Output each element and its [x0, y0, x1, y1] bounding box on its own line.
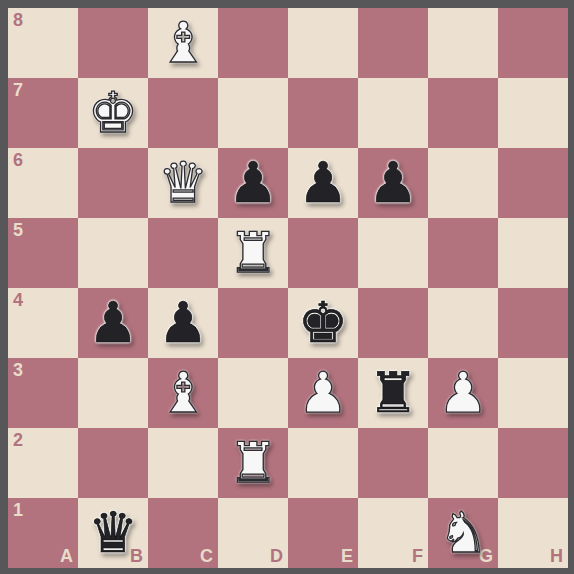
square-g2[interactable]	[428, 428, 498, 498]
square-c4[interactable]: ♟	[148, 288, 218, 358]
square-b4[interactable]: ♟	[78, 288, 148, 358]
square-c1[interactable]: C	[148, 498, 218, 568]
square-a3[interactable]: 3	[8, 358, 78, 428]
square-b5[interactable]	[78, 218, 148, 288]
square-d8[interactable]	[218, 8, 288, 78]
square-f8[interactable]	[358, 8, 428, 78]
square-d2[interactable]: ♜	[218, 428, 288, 498]
square-e7[interactable]	[288, 78, 358, 148]
square-b2[interactable]	[78, 428, 148, 498]
square-d7[interactable]	[218, 78, 288, 148]
file-label-d: D	[270, 546, 283, 567]
file-label-a: A	[60, 546, 73, 567]
file-label-c: C	[200, 546, 213, 567]
square-b7[interactable]: ♚	[78, 78, 148, 148]
piece-black-pawn[interactable]: ♟	[78, 288, 148, 358]
square-h8[interactable]	[498, 8, 568, 78]
square-e6[interactable]: ♟	[288, 148, 358, 218]
chess-board-frame: 8♝7♚6♛♟♟♟5♜4♟♟♚3♝♟♜♟2♜1AB♛CDEFG♞H	[0, 0, 574, 574]
square-b3[interactable]	[78, 358, 148, 428]
piece-white-pawn[interactable]: ♟	[288, 358, 358, 428]
square-f7[interactable]	[358, 78, 428, 148]
square-d3[interactable]	[218, 358, 288, 428]
square-c8[interactable]: ♝	[148, 8, 218, 78]
square-e4[interactable]: ♚	[288, 288, 358, 358]
piece-white-bishop[interactable]: ♝	[148, 8, 218, 78]
square-d5[interactable]: ♜	[218, 218, 288, 288]
rank-label-4: 4	[13, 290, 23, 311]
piece-white-bishop[interactable]: ♝	[148, 358, 218, 428]
square-g5[interactable]	[428, 218, 498, 288]
rank-label-6: 6	[13, 150, 23, 171]
piece-black-pawn[interactable]: ♟	[218, 148, 288, 218]
square-a2[interactable]: 2	[8, 428, 78, 498]
piece-black-queen[interactable]: ♛	[78, 498, 148, 568]
piece-white-knight[interactable]: ♞	[428, 498, 498, 568]
square-g8[interactable]	[428, 8, 498, 78]
piece-white-king[interactable]: ♚	[78, 78, 148, 148]
square-h6[interactable]	[498, 148, 568, 218]
square-c6[interactable]: ♛	[148, 148, 218, 218]
piece-black-rook[interactable]: ♜	[358, 358, 428, 428]
square-f4[interactable]	[358, 288, 428, 358]
square-g7[interactable]	[428, 78, 498, 148]
piece-white-rook[interactable]: ♜	[218, 218, 288, 288]
square-g4[interactable]	[428, 288, 498, 358]
square-f5[interactable]	[358, 218, 428, 288]
piece-black-pawn[interactable]: ♟	[358, 148, 428, 218]
rank-label-2: 2	[13, 430, 23, 451]
square-g1[interactable]: G♞	[428, 498, 498, 568]
square-h4[interactable]	[498, 288, 568, 358]
rank-label-1: 1	[13, 500, 23, 521]
square-b1[interactable]: B♛	[78, 498, 148, 568]
square-a7[interactable]: 7	[8, 78, 78, 148]
square-c5[interactable]	[148, 218, 218, 288]
square-e2[interactable]	[288, 428, 358, 498]
square-a6[interactable]: 6	[8, 148, 78, 218]
piece-black-pawn[interactable]: ♟	[288, 148, 358, 218]
square-e1[interactable]: E	[288, 498, 358, 568]
square-h5[interactable]	[498, 218, 568, 288]
piece-white-queen[interactable]: ♛	[148, 148, 218, 218]
piece-white-rook[interactable]: ♜	[218, 428, 288, 498]
rank-label-8: 8	[13, 10, 23, 31]
piece-white-pawn[interactable]: ♟	[428, 358, 498, 428]
square-d6[interactable]: ♟	[218, 148, 288, 218]
square-g6[interactable]	[428, 148, 498, 218]
rank-label-5: 5	[13, 220, 23, 241]
square-b6[interactable]	[78, 148, 148, 218]
chess-board: 8♝7♚6♛♟♟♟5♜4♟♟♚3♝♟♜♟2♜1AB♛CDEFG♞H	[8, 8, 568, 568]
square-h3[interactable]	[498, 358, 568, 428]
square-f3[interactable]: ♜	[358, 358, 428, 428]
square-a5[interactable]: 5	[8, 218, 78, 288]
piece-black-king[interactable]: ♚	[288, 288, 358, 358]
square-h1[interactable]: H	[498, 498, 568, 568]
square-d1[interactable]: D	[218, 498, 288, 568]
square-f1[interactable]: F	[358, 498, 428, 568]
square-a8[interactable]: 8	[8, 8, 78, 78]
square-a4[interactable]: 4	[8, 288, 78, 358]
square-g3[interactable]: ♟	[428, 358, 498, 428]
file-label-f: F	[412, 546, 423, 567]
square-c2[interactable]	[148, 428, 218, 498]
square-h2[interactable]	[498, 428, 568, 498]
square-a1[interactable]: 1A	[8, 498, 78, 568]
rank-label-3: 3	[13, 360, 23, 381]
rank-label-7: 7	[13, 80, 23, 101]
piece-black-pawn[interactable]: ♟	[148, 288, 218, 358]
file-label-h: H	[550, 546, 563, 567]
square-e8[interactable]	[288, 8, 358, 78]
square-d4[interactable]	[218, 288, 288, 358]
square-c7[interactable]	[148, 78, 218, 148]
square-h7[interactable]	[498, 78, 568, 148]
square-c3[interactable]: ♝	[148, 358, 218, 428]
square-f2[interactable]	[358, 428, 428, 498]
square-f6[interactable]: ♟	[358, 148, 428, 218]
square-b8[interactable]	[78, 8, 148, 78]
square-e3[interactable]: ♟	[288, 358, 358, 428]
square-e5[interactable]	[288, 218, 358, 288]
file-label-e: E	[341, 546, 353, 567]
